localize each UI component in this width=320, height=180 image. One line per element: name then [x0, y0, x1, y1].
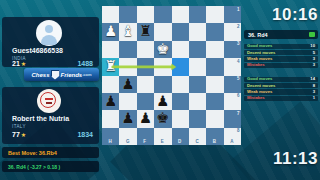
star-icon: ★: [21, 131, 26, 138]
rank-label-4: 4: [237, 60, 240, 65]
move-indicator-bar: 36. Rd4: [244, 30, 318, 39]
white-king-e3[interactable]: ♚: [154, 41, 171, 58]
player-stars-row-bottom: 77 ★ 1834: [12, 131, 93, 138]
square-c6[interactable]: [189, 93, 206, 110]
player-name-top: Guest46866538: [12, 47, 95, 54]
square-e3[interactable]: ♚: [154, 41, 171, 58]
stat-row-good: Good moves14: [244, 77, 318, 82]
stat-value-weak: 3: [313, 57, 315, 61]
square-d7[interactable]: [172, 110, 189, 127]
player-country-bottom: ITALY: [12, 124, 26, 129]
square-f3[interactable]: [137, 41, 154, 58]
square-e1[interactable]: [154, 6, 171, 23]
square-h6[interactable]: ♟: [102, 93, 119, 110]
square-c1[interactable]: [189, 6, 206, 23]
square-g2[interactable]: ♝: [119, 23, 136, 40]
player-rating-bottom: 1834: [77, 131, 93, 138]
black-pawn-g7[interactable]: ♟: [119, 110, 136, 127]
square-d3[interactable]: [172, 41, 189, 58]
square-a4[interactable]: 4: [224, 58, 241, 75]
player-stars-top: 21: [12, 60, 20, 67]
stat-value-decent: 8: [313, 84, 315, 88]
file-label-a: A: [230, 140, 233, 145]
square-g3[interactable]: [119, 41, 136, 58]
square-d1[interactable]: [172, 6, 189, 23]
square-e7[interactable]: ♚: [154, 110, 171, 127]
square-b1[interactable]: [206, 6, 223, 23]
square-e5[interactable]: [154, 76, 171, 93]
rank-label-1: 1: [237, 8, 240, 13]
square-h4[interactable]: ♜: [102, 58, 119, 75]
square-f8[interactable]: F: [137, 128, 154, 145]
white-pawn-h2[interactable]: ♟: [102, 23, 119, 40]
stat-row-decent: Decent moves5: [244, 50, 318, 55]
square-b8[interactable]: B: [206, 128, 223, 145]
stat-label-weak: Weak moves: [247, 90, 272, 94]
stats-panel-top: Good moves10Decent moves5Weak moves3Mist…: [244, 44, 318, 68]
file-label-f: F: [143, 140, 146, 145]
badge-mark: [46, 102, 52, 104]
square-e8[interactable]: E: [154, 128, 171, 145]
square-a1[interactable]: 1: [224, 6, 241, 23]
square-g6[interactable]: [119, 93, 136, 110]
square-b4[interactable]: [206, 58, 223, 75]
player-name-bottom: Robert the Nutria: [12, 115, 95, 122]
black-pawn-h6[interactable]: ♟: [102, 93, 119, 110]
rank-label-5: 5: [237, 77, 240, 82]
stat-value-mistakes: 1: [313, 96, 315, 100]
stat-value-weak: 3: [313, 90, 315, 94]
best-move-text: Best Move: 36.Rb4: [8, 150, 57, 156]
file-label-e: E: [161, 140, 164, 145]
square-e4[interactable]: [154, 58, 171, 75]
stat-label-good: Good moves: [247, 44, 272, 48]
white-bishop-g2[interactable]: ♝: [119, 23, 136, 40]
square-d4[interactable]: [172, 58, 189, 75]
square-h3[interactable]: [102, 41, 119, 58]
square-f6[interactable]: [137, 93, 154, 110]
player-card-top: Guest46866538 INDIA 21 ★ 1488: [2, 17, 99, 67]
square-b6[interactable]: [206, 93, 223, 110]
square-d6[interactable]: [172, 93, 189, 110]
stat-row-good: Good moves10: [244, 44, 318, 49]
square-d8[interactable]: D: [172, 128, 189, 145]
stat-value-good: 14: [310, 77, 315, 81]
square-h1[interactable]: [102, 6, 119, 23]
clock-top: 10:16: [246, 5, 318, 25]
app-stage: Guest46866538 INDIA 21 ★ 1488 Chess Frie…: [0, 0, 320, 180]
shield-icon: [51, 70, 60, 80]
square-b7[interactable]: [206, 110, 223, 127]
stat-label-decent: Decent moves: [247, 51, 275, 55]
square-f4[interactable]: [137, 58, 154, 75]
stat-label-mistakes: Mistakes: [247, 63, 265, 67]
move-text: 36. Rd4: [248, 32, 268, 38]
square-a6[interactable]: 6: [224, 93, 241, 110]
square-h7[interactable]: [102, 110, 119, 127]
square-c2[interactable]: [189, 23, 206, 40]
logo-text-tld: .com: [82, 72, 91, 77]
logo-text-right: Friends: [61, 72, 83, 78]
square-a3[interactable]: 3: [224, 41, 241, 58]
file-label-h: H: [109, 140, 112, 145]
square-e6[interactable]: ♟: [154, 93, 171, 110]
player-stars-row-top: 21 ★ 1488: [12, 60, 93, 67]
stat-row-weak: Weak moves3: [244, 89, 318, 94]
black-pawn-e6[interactable]: ♟: [154, 93, 171, 110]
rank-label-6: 6: [237, 94, 240, 99]
chessfriends-logo[interactable]: Chess Friends .com: [24, 68, 99, 81]
square-h5[interactable]: [102, 76, 119, 93]
avatar-shoulders: [41, 35, 57, 45]
stat-label-mistakes: Mistakes: [247, 96, 265, 100]
stat-value-decent: 5: [313, 51, 315, 55]
square-g1[interactable]: [119, 6, 136, 23]
player-card-bottom: Robert the Nutria ITALY 77 ★ 1834: [2, 87, 99, 144]
black-pawn-f7[interactable]: ♟: [137, 110, 154, 127]
square-g4[interactable]: [119, 58, 136, 75]
stat-row-decent: Decent moves8: [244, 83, 318, 88]
square-a8[interactable]: 8A: [224, 128, 241, 145]
square-e2[interactable]: [154, 23, 171, 40]
file-label-c: C: [195, 140, 198, 145]
black-pawn-g5[interactable]: ♟: [119, 76, 136, 93]
avatar-head: [45, 25, 53, 33]
file-label-g: G: [126, 140, 130, 145]
stat-label-good: Good moves: [247, 77, 272, 81]
rank-label-3: 3: [237, 42, 240, 47]
eval-bar: 36. Rd4 ( -3.27 > 0.18 ): [2, 161, 99, 172]
clock-bottom: 11:13: [246, 149, 318, 169]
white-rook-h4[interactable]: ♜: [102, 58, 119, 75]
move-quality-chip: [309, 32, 315, 37]
stat-row-mistakes: Mistakes3: [244, 63, 318, 68]
stat-label-weak: Weak moves: [247, 57, 272, 61]
logo-text-left: Chess: [31, 72, 49, 78]
stat-value-mistakes: 3: [313, 63, 315, 67]
badge-mark: [45, 98, 53, 100]
square-c7[interactable]: [189, 110, 206, 127]
stat-row-weak: Weak moves3: [244, 56, 318, 61]
badge-ring: [40, 92, 56, 108]
square-d5[interactable]: [172, 76, 189, 93]
square-f5[interactable]: [137, 76, 154, 93]
square-h8[interactable]: H: [102, 128, 119, 145]
black-rook-f2[interactable]: ♜: [137, 23, 154, 40]
square-c4[interactable]: [189, 58, 206, 75]
file-label-b: B: [213, 140, 216, 145]
square-g7[interactable]: ♟: [119, 110, 136, 127]
board-grid: 1♟♝♜2♚3♜4♟5♟♟6♟♟♚7HGFEDCB8A: [102, 6, 241, 145]
square-b5[interactable]: [206, 76, 223, 93]
player-badge-icon: [37, 89, 61, 113]
square-d2[interactable]: [172, 23, 189, 40]
square-a2[interactable]: 2: [224, 23, 241, 40]
rank-label-2: 2: [237, 25, 240, 30]
square-h2[interactable]: ♟: [102, 23, 119, 40]
player-rating-top: 1488: [77, 60, 93, 67]
rank-label-8: 8: [237, 129, 240, 134]
square-g5[interactable]: ♟: [119, 76, 136, 93]
star-icon: ★: [21, 60, 26, 67]
square-c5[interactable]: [189, 76, 206, 93]
square-b2[interactable]: [206, 23, 223, 40]
square-f7[interactable]: ♟: [137, 110, 154, 127]
file-label-d: D: [178, 140, 181, 145]
chess-board: 1♟♝♜2♚3♜4♟5♟♟6♟♟♚7HGFEDCB8A: [102, 6, 241, 145]
rank-label-7: 7: [237, 112, 240, 117]
best-move-bar: Best Move: 36.Rb4: [2, 147, 99, 158]
eval-text: 36. Rd4 ( -3.27 > 0.18 ): [8, 164, 60, 170]
square-a7[interactable]: 7: [224, 110, 241, 127]
stat-label-decent: Decent moves: [247, 84, 275, 88]
stat-value-good: 10: [310, 44, 315, 48]
square-a5[interactable]: 5: [224, 76, 241, 93]
square-c8[interactable]: C: [189, 128, 206, 145]
stats-panel-bottom: Good moves14Decent moves8Weak moves3Mist…: [244, 77, 318, 101]
square-f2[interactable]: ♜: [137, 23, 154, 40]
player-stars-bottom: 77: [12, 131, 20, 138]
black-king-e7[interactable]: ♚: [154, 110, 171, 127]
square-b3[interactable]: [206, 41, 223, 58]
avatar-icon: [36, 20, 62, 46]
stat-row-mistakes: Mistakes1: [244, 96, 318, 101]
square-f1[interactable]: [137, 6, 154, 23]
square-c3[interactable]: [189, 41, 206, 58]
square-g8[interactable]: G: [119, 128, 136, 145]
